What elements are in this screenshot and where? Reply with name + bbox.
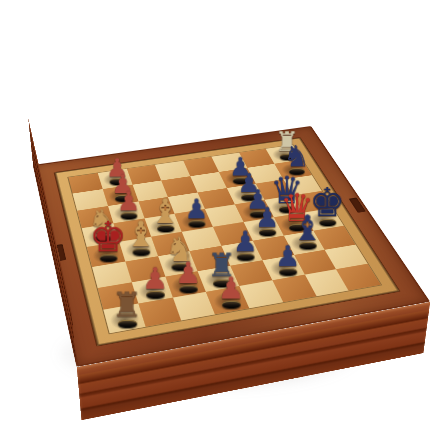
chess-box: ♟♜♟♟♞♟♟♞♝♟♟♛♚♝♟♛♚♞♟♝♟♟♜♟♜♟ (33, 126, 430, 367)
product-photo: ♟♜♟♟♞♟♟♞♝♟♟♛♚♝♟♛♚♞♟♝♟♟♜♟♜♟ (0, 0, 430, 430)
piece-ground-shadow (222, 170, 252, 186)
piece-ground-shadow (247, 220, 280, 239)
piece-ground-shadow (266, 258, 301, 279)
piece-ground-shadow (278, 216, 311, 235)
piece-ground-shadow (91, 245, 122, 265)
piece-ground-shadow (162, 254, 195, 275)
scene: ♟♜♟♟♞♟♟♞♝♟♟♛♚♝♟♛♚♞♟♝♟♟♜♟♜♟ (0, 0, 430, 430)
piece-ground-shadow (169, 274, 203, 296)
piece-ground-shadow (225, 244, 258, 264)
